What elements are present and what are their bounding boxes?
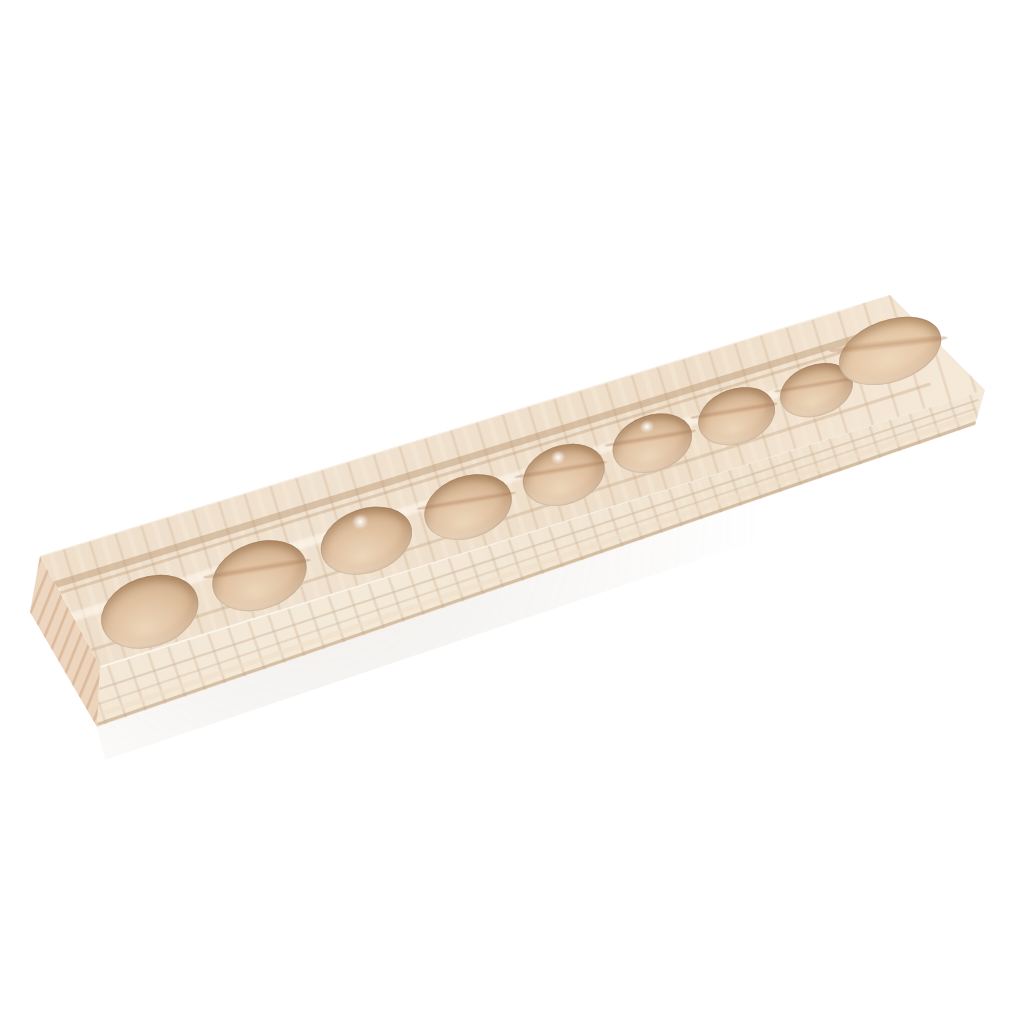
specular-glint xyxy=(638,418,656,436)
specular-glint xyxy=(548,448,567,466)
specular-glint xyxy=(350,512,371,532)
grain-streak xyxy=(828,332,947,355)
pit-5[interactable] xyxy=(514,433,613,517)
pit-7[interactable] xyxy=(690,377,783,455)
pit-cell xyxy=(841,300,962,394)
grain-streak xyxy=(202,556,310,582)
grain-streak xyxy=(416,489,517,513)
pit-cell xyxy=(192,521,325,626)
pit-6[interactable] xyxy=(604,403,700,483)
pit-1[interactable] xyxy=(90,562,208,661)
pit-2[interactable] xyxy=(202,528,316,623)
photo-canvas xyxy=(0,0,1024,1024)
pit-4[interactable] xyxy=(415,463,520,551)
grain-streak xyxy=(773,375,857,395)
pit-cell xyxy=(83,560,215,664)
pit-3[interactable] xyxy=(311,495,421,587)
grain-streak xyxy=(690,400,778,421)
